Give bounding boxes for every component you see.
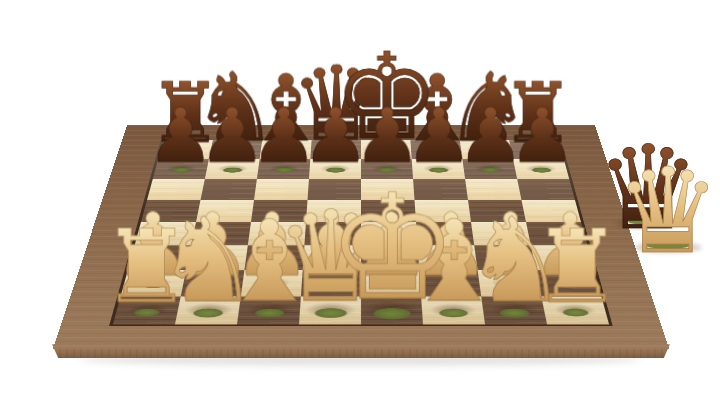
white-queen-icon: ♛ — [598, 152, 720, 270]
chess-board: ♜♞♝♛♚♝♞♜♟♟♟♟♟♟♟♟♟♟♟♟♟♟♟♟♜♞♝♛♚♝♞♜ — [53, 125, 669, 349]
spare-white-queen[interactable]: ♛ — [598, 152, 720, 272]
photo-background: ♜♞♝♛♚♝♞♜♟♟♟♟♟♟♟♟♟♟♟♟♟♟♟♟♜♞♝♛♚♝♞♜ ♛ ♛ — [0, 0, 720, 401]
white-king-icon: ♚ — [313, 174, 470, 320]
pieces-layer: ♜♞♝♛♚♝♞♜♟♟♟♟♟♟♟♟♟♟♟♟♟♟♟♟♜♞♝♛♚♝♞♜ — [53, 125, 669, 349]
